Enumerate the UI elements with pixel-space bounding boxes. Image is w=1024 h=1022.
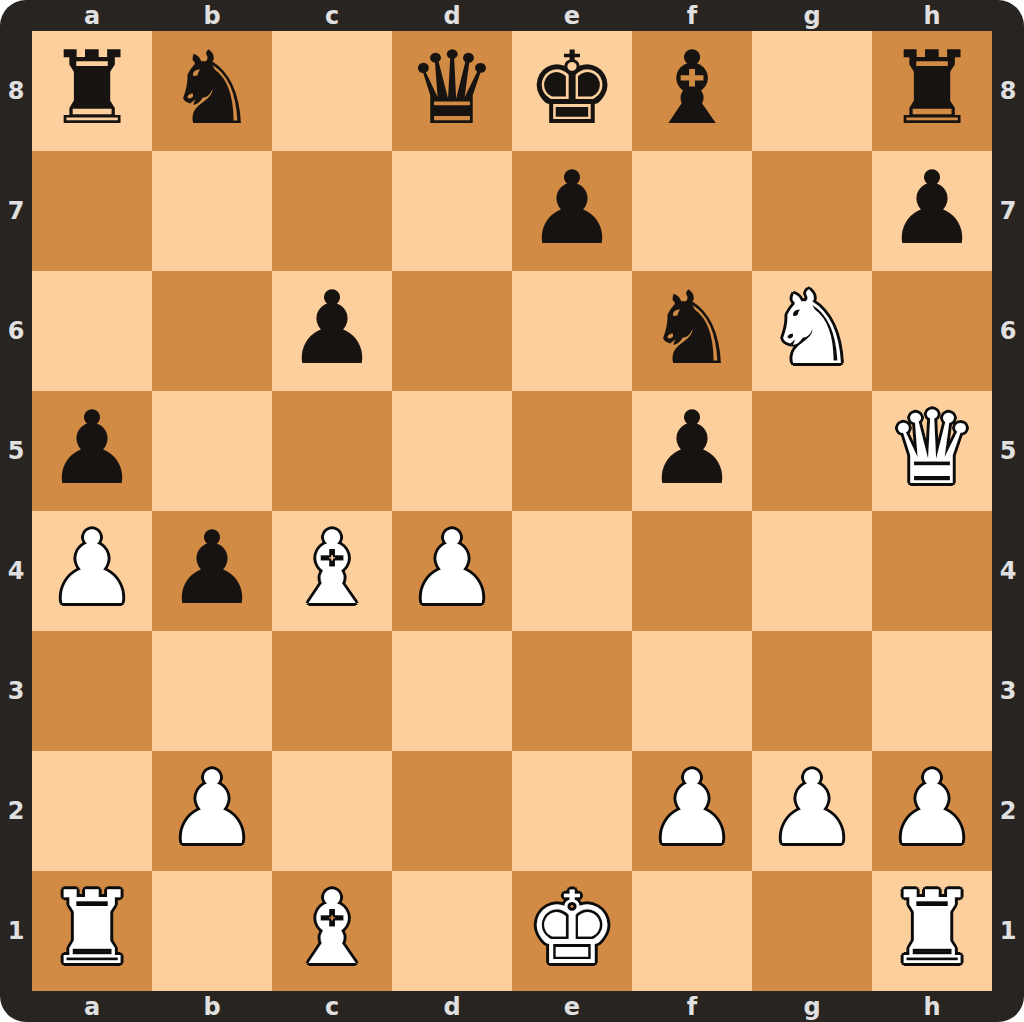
file-label-g: g	[752, 0, 872, 31]
square-a3[interactable]	[32, 631, 152, 751]
square-g4[interactable]	[752, 511, 872, 631]
square-e7[interactable]: ♟	[512, 151, 632, 271]
square-d8[interactable]: ♛	[392, 31, 512, 151]
square-b7[interactable]	[152, 151, 272, 271]
file-label-c: c	[272, 991, 392, 1022]
square-b2[interactable]: ♟	[152, 751, 272, 871]
square-e5[interactable]	[512, 391, 632, 511]
square-c7[interactable]	[272, 151, 392, 271]
square-c2[interactable]	[272, 751, 392, 871]
square-e6[interactable]	[512, 271, 632, 391]
square-h7[interactable]: ♟	[872, 151, 992, 271]
square-f1[interactable]	[632, 871, 752, 991]
rank-label-3: 3	[0, 631, 32, 751]
white-pawn: ♟	[47, 508, 138, 628]
square-g3[interactable]	[752, 631, 872, 751]
white-pawn: ♟	[767, 748, 858, 868]
rank-label-4: 4	[0, 511, 32, 631]
square-h8[interactable]: ♜	[872, 31, 992, 151]
square-a2[interactable]	[32, 751, 152, 871]
rank-label-8: 8	[992, 31, 1024, 151]
square-a5[interactable]: ♟	[32, 391, 152, 511]
square-h2[interactable]: ♟	[872, 751, 992, 871]
rank-label-6: 6	[992, 271, 1024, 391]
file-label-d: d	[392, 991, 512, 1022]
square-c1[interactable]: ♝	[272, 871, 392, 991]
square-b5[interactable]	[152, 391, 272, 511]
file-label-d: d	[392, 0, 512, 31]
file-label-b: b	[152, 991, 272, 1022]
square-c8[interactable]	[272, 31, 392, 151]
square-b8[interactable]: ♞	[152, 31, 272, 151]
square-g1[interactable]	[752, 871, 872, 991]
black-pawn: ♟	[887, 148, 978, 268]
file-labels-bottom: abcdefgh	[32, 991, 992, 1022]
square-h3[interactable]	[872, 631, 992, 751]
square-b4[interactable]: ♟	[152, 511, 272, 631]
rank-label-3: 3	[992, 631, 1024, 751]
white-bishop: ♝	[287, 868, 378, 988]
square-c3[interactable]	[272, 631, 392, 751]
chess-board: ♜♞♛♚♝♜♟♟♟♞♞♟♟♛♟♟♝♟♟♟♟♟♜♝♚♜	[32, 31, 992, 991]
square-g6[interactable]: ♞	[752, 271, 872, 391]
rank-label-5: 5	[992, 391, 1024, 511]
square-e1[interactable]: ♚	[512, 871, 632, 991]
rank-labels-right: 87654321	[992, 31, 1024, 991]
file-label-g: g	[752, 991, 872, 1022]
square-e3[interactable]	[512, 631, 632, 751]
rank-label-2: 2	[0, 751, 32, 871]
square-h4[interactable]	[872, 511, 992, 631]
square-f4[interactable]	[632, 511, 752, 631]
square-g2[interactable]: ♟	[752, 751, 872, 871]
square-d3[interactable]	[392, 631, 512, 751]
square-f6[interactable]: ♞	[632, 271, 752, 391]
file-label-b: b	[152, 0, 272, 31]
square-d7[interactable]	[392, 151, 512, 271]
square-e2[interactable]	[512, 751, 632, 871]
black-pawn: ♟	[47, 388, 138, 508]
rank-label-1: 1	[0, 871, 32, 991]
black-pawn: ♟	[167, 508, 258, 628]
white-king: ♚	[527, 868, 618, 988]
black-pawn: ♟	[527, 148, 618, 268]
black-rook: ♜	[47, 28, 138, 148]
square-a4[interactable]: ♟	[32, 511, 152, 631]
white-pawn: ♟	[407, 508, 498, 628]
rank-label-7: 7	[0, 151, 32, 271]
rank-label-1: 1	[992, 871, 1024, 991]
rank-label-4: 4	[992, 511, 1024, 631]
square-g8[interactable]	[752, 31, 872, 151]
square-e8[interactable]: ♚	[512, 31, 632, 151]
white-bishop: ♝	[287, 508, 378, 628]
square-a1[interactable]: ♜	[32, 871, 152, 991]
square-f3[interactable]	[632, 631, 752, 751]
square-b6[interactable]	[152, 271, 272, 391]
black-pawn: ♟	[287, 268, 378, 388]
black-rook: ♜	[887, 28, 978, 148]
square-d6[interactable]	[392, 271, 512, 391]
square-b1[interactable]	[152, 871, 272, 991]
file-label-e: e	[512, 0, 632, 31]
rank-label-6: 6	[0, 271, 32, 391]
file-label-h: h	[872, 0, 992, 31]
square-g5[interactable]	[752, 391, 872, 511]
square-a6[interactable]	[32, 271, 152, 391]
white-pawn: ♟	[887, 748, 978, 868]
file-label-a: a	[32, 0, 152, 31]
square-d2[interactable]	[392, 751, 512, 871]
file-label-f: f	[632, 0, 752, 31]
file-label-h: h	[872, 991, 992, 1022]
black-queen: ♛	[407, 28, 498, 148]
square-f7[interactable]	[632, 151, 752, 271]
white-rook: ♜	[887, 868, 978, 988]
square-d5[interactable]	[392, 391, 512, 511]
square-f5[interactable]: ♟	[632, 391, 752, 511]
square-f8[interactable]: ♝	[632, 31, 752, 151]
square-a8[interactable]: ♜	[32, 31, 152, 151]
rank-label-2: 2	[992, 751, 1024, 871]
square-h6[interactable]	[872, 271, 992, 391]
square-h5[interactable]: ♛	[872, 391, 992, 511]
black-pawn: ♟	[647, 388, 738, 508]
white-rook: ♜	[47, 868, 138, 988]
white-knight: ♞	[767, 268, 858, 388]
square-c4[interactable]: ♝	[272, 511, 392, 631]
black-knight: ♞	[167, 28, 258, 148]
square-e4[interactable]	[512, 511, 632, 631]
square-a7[interactable]	[32, 151, 152, 271]
square-c5[interactable]	[272, 391, 392, 511]
square-h1[interactable]: ♜	[872, 871, 992, 991]
white-queen: ♛	[887, 388, 978, 508]
square-d1[interactable]	[392, 871, 512, 991]
file-label-e: e	[512, 991, 632, 1022]
square-c6[interactable]: ♟	[272, 271, 392, 391]
rank-labels-left: 87654321	[0, 31, 32, 991]
black-bishop: ♝	[647, 28, 738, 148]
chessboard-widget: abcdefgh abcdefgh 87654321 87654321 ♜♞♛♚…	[0, 0, 1024, 1022]
file-label-a: a	[32, 991, 152, 1022]
rank-label-8: 8	[0, 31, 32, 151]
square-g7[interactable]	[752, 151, 872, 271]
black-knight: ♞	[647, 268, 738, 388]
white-pawn: ♟	[167, 748, 258, 868]
white-pawn: ♟	[647, 748, 738, 868]
square-b3[interactable]	[152, 631, 272, 751]
black-king: ♚	[527, 28, 618, 148]
square-d4[interactable]: ♟	[392, 511, 512, 631]
file-labels-top: abcdefgh	[32, 0, 992, 31]
file-label-c: c	[272, 0, 392, 31]
file-label-f: f	[632, 991, 752, 1022]
square-f2[interactable]: ♟	[632, 751, 752, 871]
rank-label-7: 7	[992, 151, 1024, 271]
rank-label-5: 5	[0, 391, 32, 511]
